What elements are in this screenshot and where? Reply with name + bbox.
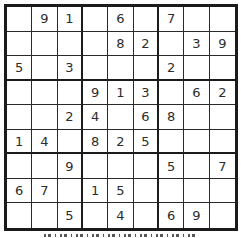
cell-r7c6[interactable]	[134, 154, 159, 179]
cell-r3c2[interactable]	[32, 56, 57, 81]
cell-r3c8[interactable]	[184, 56, 209, 81]
cell-r3c5[interactable]	[108, 56, 133, 81]
cell-r4c3[interactable]	[58, 81, 83, 106]
given-digit: 2	[218, 86, 226, 99]
cell-r9c4[interactable]	[83, 203, 108, 228]
cell-r3c1[interactable]: 5	[7, 56, 32, 81]
sudoku-board: 916782395329136224681482595767155469	[4, 4, 238, 231]
given-digit: 6	[116, 12, 124, 25]
given-digit: 2	[65, 110, 73, 123]
cell-r1c8[interactable]	[184, 7, 209, 32]
cell-r6c2[interactable]: 4	[32, 130, 57, 155]
cell-r2c5[interactable]: 8	[108, 32, 133, 57]
given-digit: 3	[141, 86, 149, 99]
cell-r1c6[interactable]	[134, 7, 159, 32]
cell-r8c2[interactable]: 7	[32, 179, 57, 204]
cell-r1c5[interactable]: 6	[108, 7, 133, 32]
cell-r8c5[interactable]: 5	[108, 179, 133, 204]
cell-r2c8[interactable]: 3	[184, 32, 209, 57]
cell-r5c1[interactable]	[7, 105, 32, 130]
cell-r2c6[interactable]: 2	[134, 32, 159, 57]
given-digit: 5	[15, 61, 23, 74]
cell-r4c9[interactable]: 2	[210, 81, 235, 106]
given-digit: 9	[91, 86, 99, 99]
cell-r1c2[interactable]: 9	[32, 7, 57, 32]
cell-r6c6[interactable]: 5	[134, 130, 159, 155]
given-digit: 8	[91, 135, 99, 148]
cell-r5c7[interactable]: 8	[159, 105, 184, 130]
cell-r4c5[interactable]: 1	[108, 81, 133, 106]
cell-r9c2[interactable]	[32, 203, 57, 228]
given-digit: 4	[40, 135, 48, 148]
cell-r5c5[interactable]	[108, 105, 133, 130]
given-digit: 7	[167, 12, 175, 25]
cell-r7c7[interactable]: 5	[159, 154, 184, 179]
cell-r8c1[interactable]: 6	[7, 179, 32, 204]
given-digit: 3	[65, 61, 73, 74]
given-digit: 8	[116, 37, 124, 50]
given-digit: 2	[116, 135, 124, 148]
cell-r3c4[interactable]	[83, 56, 108, 81]
cell-r2c9[interactable]: 9	[210, 32, 235, 57]
given-digit: 3	[192, 37, 200, 50]
cell-r8c9[interactable]	[210, 179, 235, 204]
cell-r9c5[interactable]: 4	[108, 203, 133, 228]
cell-r1c3[interactable]: 1	[58, 7, 83, 32]
cell-r9c3[interactable]: 5	[58, 203, 83, 228]
cell-r9c7[interactable]: 6	[159, 203, 184, 228]
cell-r8c7[interactable]	[159, 179, 184, 204]
given-digit: 7	[40, 184, 48, 197]
given-digit: 1	[15, 135, 23, 148]
cell-r5c4[interactable]: 4	[83, 105, 108, 130]
cell-r5c9[interactable]	[210, 105, 235, 130]
cell-r7c9[interactable]: 7	[210, 154, 235, 179]
given-digit: 2	[167, 61, 175, 74]
given-digit: 9	[40, 12, 48, 25]
cell-r9c1[interactable]	[7, 203, 32, 228]
given-digit: 6	[15, 184, 23, 197]
cell-r6c3[interactable]	[58, 130, 83, 155]
given-digit: 7	[218, 160, 226, 173]
given-digit: 4	[116, 209, 124, 222]
cell-r8c4[interactable]: 1	[83, 179, 108, 204]
given-digit: 8	[167, 110, 175, 123]
given-digit: 6	[192, 86, 200, 99]
given-digit: 5	[65, 209, 73, 222]
given-digit: 5	[116, 184, 124, 197]
cell-r7c8[interactable]	[184, 154, 209, 179]
cell-r9c6[interactable]	[134, 203, 159, 228]
given-digit: 5	[141, 135, 149, 148]
given-digit: 2	[141, 37, 149, 50]
cell-r8c8[interactable]	[184, 179, 209, 204]
cell-r3c9[interactable]	[210, 56, 235, 81]
cell-r5c8[interactable]	[184, 105, 209, 130]
cell-r2c1[interactable]	[7, 32, 32, 57]
cell-r2c2[interactable]	[32, 32, 57, 57]
given-digit: 5	[167, 160, 175, 173]
cell-r2c4[interactable]	[83, 32, 108, 57]
cell-r8c3[interactable]	[58, 179, 83, 204]
cell-r4c1[interactable]	[7, 81, 32, 106]
cell-r8c6[interactable]	[134, 179, 159, 204]
given-digit: 1	[91, 184, 99, 197]
given-digit: 1	[116, 86, 124, 99]
cutoff-caption	[44, 234, 196, 237]
cell-r6c8[interactable]	[184, 130, 209, 155]
cell-r1c4[interactable]	[83, 7, 108, 32]
cell-r7c4[interactable]	[83, 154, 108, 179]
cell-r3c7[interactable]: 2	[159, 56, 184, 81]
given-digit: 4	[91, 110, 99, 123]
cell-r7c2[interactable]	[32, 154, 57, 179]
cell-r6c9[interactable]	[210, 130, 235, 155]
cell-r1c9[interactable]	[210, 7, 235, 32]
cell-r5c2[interactable]	[32, 105, 57, 130]
cell-r2c7[interactable]	[159, 32, 184, 57]
cell-r6c7[interactable]	[159, 130, 184, 155]
given-digit: 1	[65, 12, 73, 25]
cell-r1c1[interactable]	[7, 7, 32, 32]
cell-r4c7[interactable]	[159, 81, 184, 106]
cell-r4c6[interactable]: 3	[134, 81, 159, 106]
cell-r5c6[interactable]: 6	[134, 105, 159, 130]
cell-r6c1[interactable]: 1	[7, 130, 32, 155]
given-digit: 6	[167, 209, 175, 222]
cell-r4c8[interactable]: 6	[184, 81, 209, 106]
cell-r2c3[interactable]	[58, 32, 83, 57]
cell-r9c8[interactable]: 9	[184, 203, 209, 228]
given-digit: 9	[218, 37, 226, 50]
cell-r4c4[interactable]: 9	[83, 81, 108, 106]
cell-r3c3[interactable]: 3	[58, 56, 83, 81]
cell-r7c1[interactable]	[7, 154, 32, 179]
cell-r1c7[interactable]: 7	[159, 7, 184, 32]
given-digit: 9	[192, 209, 200, 222]
cell-r9c9[interactable]	[210, 203, 235, 228]
given-digit: 9	[65, 160, 73, 173]
cell-r7c5[interactable]	[108, 154, 133, 179]
sudoku-page: 916782395329136224681482595767155469	[0, 0, 241, 238]
cell-r6c4[interactable]: 8	[83, 130, 108, 155]
cell-r7c3[interactable]: 9	[58, 154, 83, 179]
cell-r4c2[interactable]	[32, 81, 57, 106]
cell-r6c5[interactable]: 2	[108, 130, 133, 155]
given-digit: 6	[141, 110, 149, 123]
cell-r5c3[interactable]: 2	[58, 105, 83, 130]
cell-r3c6[interactable]	[134, 56, 159, 81]
